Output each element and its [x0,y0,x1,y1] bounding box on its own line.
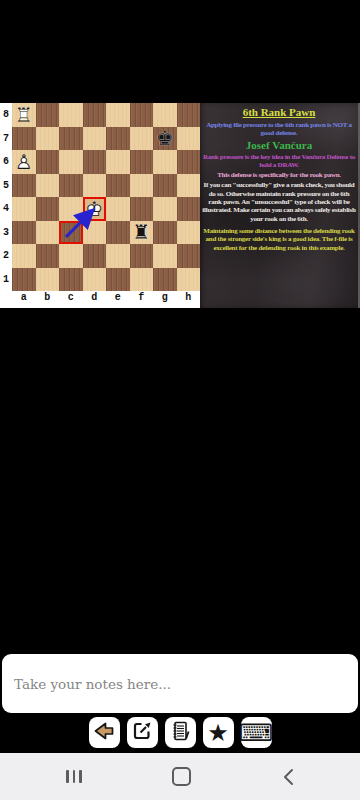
square-h4[interactable] [177,197,201,221]
square-d6[interactable] [83,150,107,174]
white-king: ♚♔ [83,197,107,221]
notepad-icon [168,719,192,746]
square-a3[interactable] [12,221,36,245]
file-label: b [36,291,60,308]
square-h2[interactable] [177,244,201,268]
square-g1[interactable] [153,268,177,292]
rank-label: 2 [0,244,12,268]
square-a7[interactable] [12,127,36,151]
square-c8[interactable] [59,103,83,127]
square-e1[interactable] [106,268,130,292]
square-g8[interactable] [153,103,177,127]
rank-label: 4 [0,197,12,221]
square-a8[interactable]: ♜♖ [12,103,36,127]
board-area: 87654321 ♜♖♚♟♙♚♔♜ abcdefgh [0,103,200,308]
back-arrow-icon [92,719,116,746]
rank-label: 8 [0,103,12,127]
file-label: g [153,291,177,308]
file-label: d [83,291,107,308]
rank-label: 1 [0,268,12,292]
square-h3[interactable] [177,221,201,245]
home-button[interactable] [172,767,191,786]
lesson-key-idea-text: Rank pressure is the key idea in the Van… [202,153,356,170]
square-g7[interactable]: ♚ [153,127,177,151]
square-f3[interactable]: ♜ [130,221,154,245]
square-a6[interactable]: ♟♙ [12,150,36,174]
rank-label: 5 [0,174,12,198]
square-f8[interactable] [130,103,154,127]
square-f1[interactable] [130,268,154,292]
square-c7[interactable] [59,127,83,151]
square-d4[interactable]: ♚♔ [83,197,107,221]
lesson-scope-text: This defense is specifically for the roo… [202,171,356,179]
square-c1[interactable] [59,268,83,292]
notes-button[interactable] [165,717,196,748]
lesson-intro-text: Applying file pressure to the 6th rank p… [202,121,356,138]
file-label: a [12,291,36,308]
square-f6[interactable] [130,150,154,174]
back-button[interactable] [89,717,120,748]
square-g2[interactable] [153,244,177,268]
rank-label: 7 [0,127,12,151]
favorite-button[interactable]: ★ [203,717,234,748]
lesson-panel: 6th Rank Pawn Applying file pressure to … [200,103,360,308]
square-e2[interactable] [106,244,130,268]
square-e7[interactable] [106,127,130,151]
back-nav-button[interactable] [282,768,294,786]
file-label: f [130,291,154,308]
white-pawn: ♟♙ [12,150,36,174]
square-e6[interactable] [106,150,130,174]
square-h8[interactable] [177,103,201,127]
square-d7[interactable] [83,127,107,151]
square-d1[interactable] [83,268,107,292]
square-f5[interactable] [130,174,154,198]
square-d8[interactable] [83,103,107,127]
square-b2[interactable] [36,244,60,268]
lesson-tip-text: Maintaining some distance between the de… [202,227,356,252]
square-c5[interactable] [59,174,83,198]
android-navbar [0,753,360,800]
square-d2[interactable] [83,244,107,268]
rank-label: 6 [0,150,12,174]
black-king: ♚ [153,127,177,151]
square-e8[interactable] [106,103,130,127]
square-g4[interactable] [153,197,177,221]
white-rook: ♜♖ [12,103,36,127]
square-b6[interactable] [36,150,60,174]
square-e5[interactable] [106,174,130,198]
black-rook: ♜ [130,221,154,245]
chess-board[interactable]: ♜♖♚♟♙♚♔♜ [12,103,200,291]
square-g6[interactable] [153,150,177,174]
square-d5[interactable] [83,174,107,198]
file-label: h [177,291,201,308]
star-icon: ★ [207,721,229,745]
file-labels: abcdefgh [12,291,200,308]
square-h1[interactable] [177,268,201,292]
file-label: c [59,291,83,308]
square-a5[interactable] [12,174,36,198]
file-label: e [106,291,130,308]
square-g5[interactable] [153,174,177,198]
lesson-title: 6th Rank Pawn [202,106,356,119]
square-h7[interactable] [177,127,201,151]
phone-screen: 87654321 ♜♖♚♟♙♚♔♜ abcdefgh 6th Rank Pawn… [0,0,360,800]
board-stack: ♜♖♚♟♙♚♔♜ [12,103,200,291]
square-h5[interactable] [177,174,201,198]
keyboard-icon: ⌨ [239,721,274,745]
square-a4[interactable] [12,197,36,221]
square-b4[interactable] [36,197,60,221]
square-b8[interactable] [36,103,60,127]
square-c3[interactable] [59,221,83,245]
square-b7[interactable] [36,127,60,151]
keyboard-button[interactable]: ⌨ [241,717,272,748]
share-icon [130,719,154,746]
rank-labels: 87654321 [0,103,12,291]
square-e3[interactable] [106,221,130,245]
square-c4[interactable] [59,197,83,221]
rank-label: 3 [0,221,12,245]
square-f2[interactable] [130,244,154,268]
square-g3[interactable] [153,221,177,245]
square-f7[interactable] [130,127,154,151]
lesson-author: Josef Vančura [202,139,356,151]
square-h6[interactable] [177,150,201,174]
square-f4[interactable] [130,197,154,221]
recents-button[interactable] [66,770,82,783]
square-a2[interactable] [12,244,36,268]
square-c2[interactable] [59,244,83,268]
square-d3[interactable] [83,221,107,245]
square-b5[interactable] [36,174,60,198]
lesson-main-text: If you can "successfully" give a rank ch… [202,181,356,222]
square-a1[interactable] [12,268,36,292]
toolbar: ★ ⌨ [0,717,360,748]
square-b3[interactable] [36,221,60,245]
share-button[interactable] [127,717,158,748]
square-b1[interactable] [36,268,60,292]
notes-input[interactable] [2,654,358,713]
square-c6[interactable] [59,150,83,174]
square-e4[interactable] [106,197,130,221]
